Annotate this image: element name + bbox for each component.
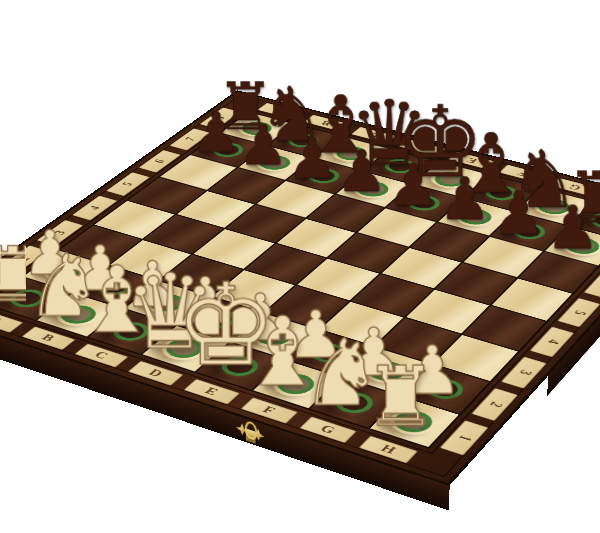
felt-base-ring: [397, 190, 450, 216]
square-e2: ♟: [232, 313, 317, 358]
felt-base-ring: [556, 232, 600, 259]
felt-base-ring: [209, 350, 270, 383]
felt-base-ring: [190, 304, 249, 335]
felt-base-ring: [297, 164, 349, 188]
felt-base-ring: [278, 129, 329, 152]
square-f4: [351, 274, 433, 316]
product-photo-scene: ABCDEFGH ABCDEFGH 87654321 87654321 ♜♞♝♛…: [0, 0, 600, 533]
felt-base-ring: [101, 316, 161, 347]
felt-base-ring: [323, 385, 385, 420]
felt-base-ring: [137, 288, 196, 318]
felt-base-ring: [356, 354, 417, 387]
felt-base-ring: [527, 194, 579, 220]
felt-base-ring: [154, 333, 215, 365]
square-c4: [194, 229, 274, 268]
felt-base-ring: [35, 257, 93, 286]
felt-base-ring: [299, 337, 359, 369]
felt-base-ring: [244, 320, 304, 352]
board-grid: ♜♞♝♛♚♝♞♜♟♟♟♟♟♟♟♟♟♟♟♟♟♟♟♟♜♞♝♛♚♝♞♜: [0, 111, 600, 449]
felt-base-ring: [449, 204, 502, 230]
clasp-wing-icon: [236, 421, 249, 437]
felt-base-ring: [48, 299, 108, 330]
felt-base-ring: [374, 154, 426, 178]
clasp-loop-icon: [244, 420, 257, 442]
clasp-wing-icon: [252, 427, 265, 443]
felt-base-ring: [502, 218, 556, 245]
felt-base-ring: [231, 117, 282, 140]
felt-base-ring: [85, 272, 143, 301]
felt-base-ring: [0, 284, 57, 314]
felt-base-ring: [475, 180, 527, 205]
chess-board: ABCDEFGH ABCDEFGH 87654321 87654321 ♜♞♝♛…: [0, 92, 600, 483]
felt-base-ring: [265, 367, 327, 401]
felt-base-ring: [249, 151, 301, 175]
felt-base-ring: [382, 404, 445, 440]
felt-base-ring: [424, 167, 476, 192]
square-h5: [491, 278, 572, 321]
brass-clasp-center: [236, 418, 265, 448]
felt-base-ring: [414, 372, 475, 406]
felt-base-ring: [202, 138, 254, 161]
felt-base-ring: [347, 177, 400, 202]
felt-base-ring: [326, 142, 377, 166]
